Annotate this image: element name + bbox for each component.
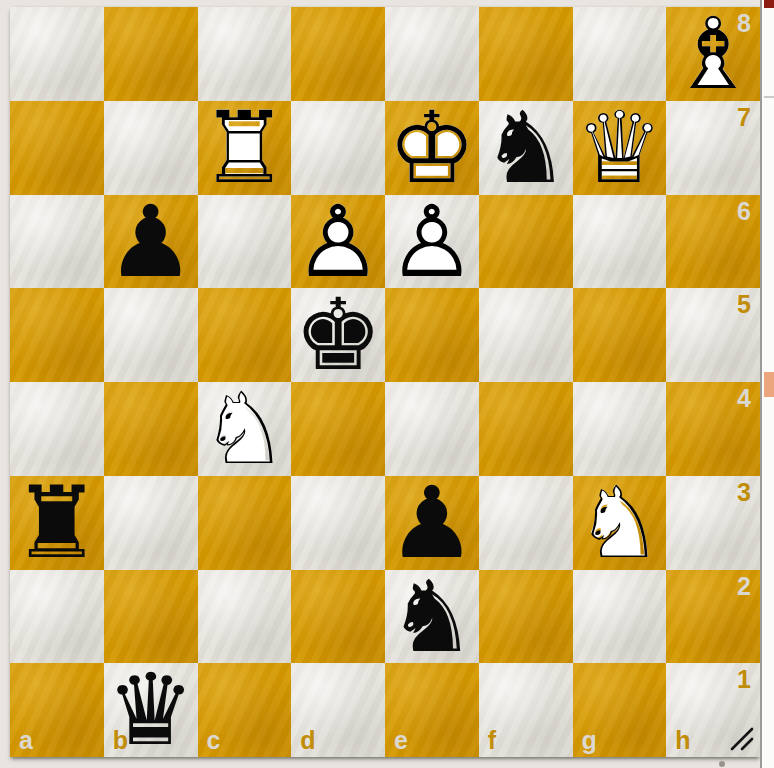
square-c4[interactable]: ♞♘ <box>198 382 292 476</box>
square-h2[interactable]: 2 <box>666 570 760 664</box>
board-resize-icon[interactable] <box>729 726 755 752</box>
square-a3[interactable]: ♜ <box>10 476 104 570</box>
square-d6[interactable]: ♟♙ <box>291 195 385 289</box>
square-h8[interactable]: 8♝♗ <box>666 7 760 101</box>
square-b3[interactable] <box>104 476 198 570</box>
black-knight-glyph: ♞ <box>385 570 479 664</box>
piece-white-queen[interactable]: ♛♕ <box>573 101 667 195</box>
square-c5[interactable] <box>198 288 292 382</box>
white-bishop-outline: ♗ <box>666 7 760 101</box>
piece-white-pawn[interactable]: ♟♙ <box>385 195 479 289</box>
square-f3[interactable] <box>479 476 573 570</box>
square-b2[interactable] <box>104 570 198 664</box>
white-knight-outline: ♘ <box>198 382 292 476</box>
piece-white-knight[interactable]: ♞♘ <box>573 476 667 570</box>
white-king-outline: ♔ <box>385 101 479 195</box>
square-e3[interactable]: ♟ <box>385 476 479 570</box>
file-label-a: a <box>19 728 33 753</box>
square-c2[interactable] <box>198 570 292 664</box>
file-label-c: c <box>207 728 221 753</box>
square-b1[interactable]: b♛ <box>104 663 198 757</box>
right-edge-panel <box>760 0 774 768</box>
white-pawn-outline: ♙ <box>291 195 385 289</box>
square-h7[interactable]: 7 <box>666 101 760 195</box>
square-a2[interactable] <box>10 570 104 664</box>
square-g5[interactable] <box>573 288 667 382</box>
square-b7[interactable] <box>104 101 198 195</box>
square-e2[interactable]: ♞ <box>385 570 479 664</box>
piece-black-knight[interactable]: ♞ <box>385 570 479 664</box>
square-f2[interactable] <box>479 570 573 664</box>
piece-black-king[interactable]: ♚ <box>291 288 385 382</box>
square-g1[interactable]: g <box>573 663 667 757</box>
top-right-accent <box>764 0 774 8</box>
square-e5[interactable] <box>385 288 479 382</box>
white-pawn-outline: ♙ <box>385 195 479 289</box>
file-label-h: h <box>675 728 690 753</box>
square-e8[interactable] <box>385 7 479 101</box>
scrollbar-thumb[interactable] <box>764 372 774 397</box>
square-f7[interactable]: ♞ <box>479 101 573 195</box>
rank-label-5: 5 <box>737 292 751 317</box>
black-king-glyph: ♚ <box>291 288 385 382</box>
chess-board: 8♝♗♜♖♚♔♞♛♕7♟♟♙♟♙6♚5♞♘4♜♟♞♘3♞2ab♛cdefg1h <box>10 7 760 757</box>
rank-label-6: 6 <box>737 199 751 224</box>
square-f4[interactable] <box>479 382 573 476</box>
square-g3[interactable]: ♞♘ <box>573 476 667 570</box>
square-g8[interactable] <box>573 7 667 101</box>
piece-white-king[interactable]: ♚♔ <box>385 101 479 195</box>
piece-white-pawn[interactable]: ♟♙ <box>291 195 385 289</box>
square-c6[interactable] <box>198 195 292 289</box>
square-d3[interactable] <box>291 476 385 570</box>
square-e4[interactable] <box>385 382 479 476</box>
piece-black-knight[interactable]: ♞ <box>479 101 573 195</box>
square-b6[interactable]: ♟ <box>104 195 198 289</box>
square-e6[interactable]: ♟♙ <box>385 195 479 289</box>
square-g7[interactable]: ♛♕ <box>573 101 667 195</box>
black-queen-glyph: ♛ <box>104 663 198 757</box>
square-g4[interactable] <box>573 382 667 476</box>
square-d2[interactable] <box>291 570 385 664</box>
square-h3[interactable]: 3 <box>666 476 760 570</box>
square-c8[interactable] <box>198 7 292 101</box>
piece-black-pawn[interactable]: ♟ <box>385 476 479 570</box>
white-rook-outline: ♖ <box>198 101 292 195</box>
square-h4[interactable]: 4 <box>666 382 760 476</box>
black-pawn-glyph: ♟ <box>104 195 198 289</box>
white-knight-outline: ♘ <box>573 476 667 570</box>
panel-divider <box>764 96 774 98</box>
square-e7[interactable]: ♚♔ <box>385 101 479 195</box>
square-d1[interactable]: d <box>291 663 385 757</box>
piece-white-rook[interactable]: ♜♖ <box>198 101 292 195</box>
square-f1[interactable]: f <box>479 663 573 757</box>
square-c1[interactable]: c <box>198 663 292 757</box>
page-speck <box>719 761 725 767</box>
black-pawn-glyph: ♟ <box>385 476 479 570</box>
square-a1[interactable]: a <box>10 663 104 757</box>
piece-black-queen[interactable]: ♛ <box>104 663 198 757</box>
square-c3[interactable] <box>198 476 292 570</box>
square-h6[interactable]: 6 <box>666 195 760 289</box>
square-f8[interactable] <box>479 7 573 101</box>
square-b5[interactable] <box>104 288 198 382</box>
piece-white-knight[interactable]: ♞♘ <box>198 382 292 476</box>
square-b8[interactable] <box>104 7 198 101</box>
piece-black-rook[interactable]: ♜ <box>10 476 104 570</box>
square-g2[interactable] <box>573 570 667 664</box>
square-d5[interactable]: ♚ <box>291 288 385 382</box>
square-d4[interactable] <box>291 382 385 476</box>
square-f6[interactable] <box>479 195 573 289</box>
black-knight-glyph: ♞ <box>479 101 573 195</box>
piece-white-bishop[interactable]: ♝♗ <box>666 7 760 101</box>
square-a7[interactable] <box>10 101 104 195</box>
file-label-f: f <box>488 728 496 753</box>
rank-label-3: 3 <box>737 480 751 505</box>
rank-label-1: 1 <box>737 667 751 692</box>
square-a5[interactable] <box>10 288 104 382</box>
square-a8[interactable] <box>10 7 104 101</box>
square-f5[interactable] <box>479 288 573 382</box>
rank-label-2: 2 <box>737 574 751 599</box>
square-h5[interactable]: 5 <box>666 288 760 382</box>
file-label-d: d <box>300 728 315 753</box>
file-label-g: g <box>582 728 597 753</box>
white-queen-outline: ♕ <box>573 101 667 195</box>
square-a6[interactable] <box>10 195 104 289</box>
black-rook-glyph: ♜ <box>10 476 104 570</box>
file-label-e: e <box>394 728 408 753</box>
piece-black-pawn[interactable]: ♟ <box>104 195 198 289</box>
square-d7[interactable] <box>291 101 385 195</box>
square-d8[interactable] <box>291 7 385 101</box>
square-b4[interactable] <box>104 382 198 476</box>
rank-label-4: 4 <box>737 386 751 411</box>
square-a4[interactable] <box>10 382 104 476</box>
square-e1[interactable]: e <box>385 663 479 757</box>
rank-label-7: 7 <box>737 105 751 130</box>
square-c7[interactable]: ♜♖ <box>198 101 292 195</box>
square-h1[interactable]: 1h <box>666 663 760 757</box>
square-g6[interactable] <box>573 195 667 289</box>
